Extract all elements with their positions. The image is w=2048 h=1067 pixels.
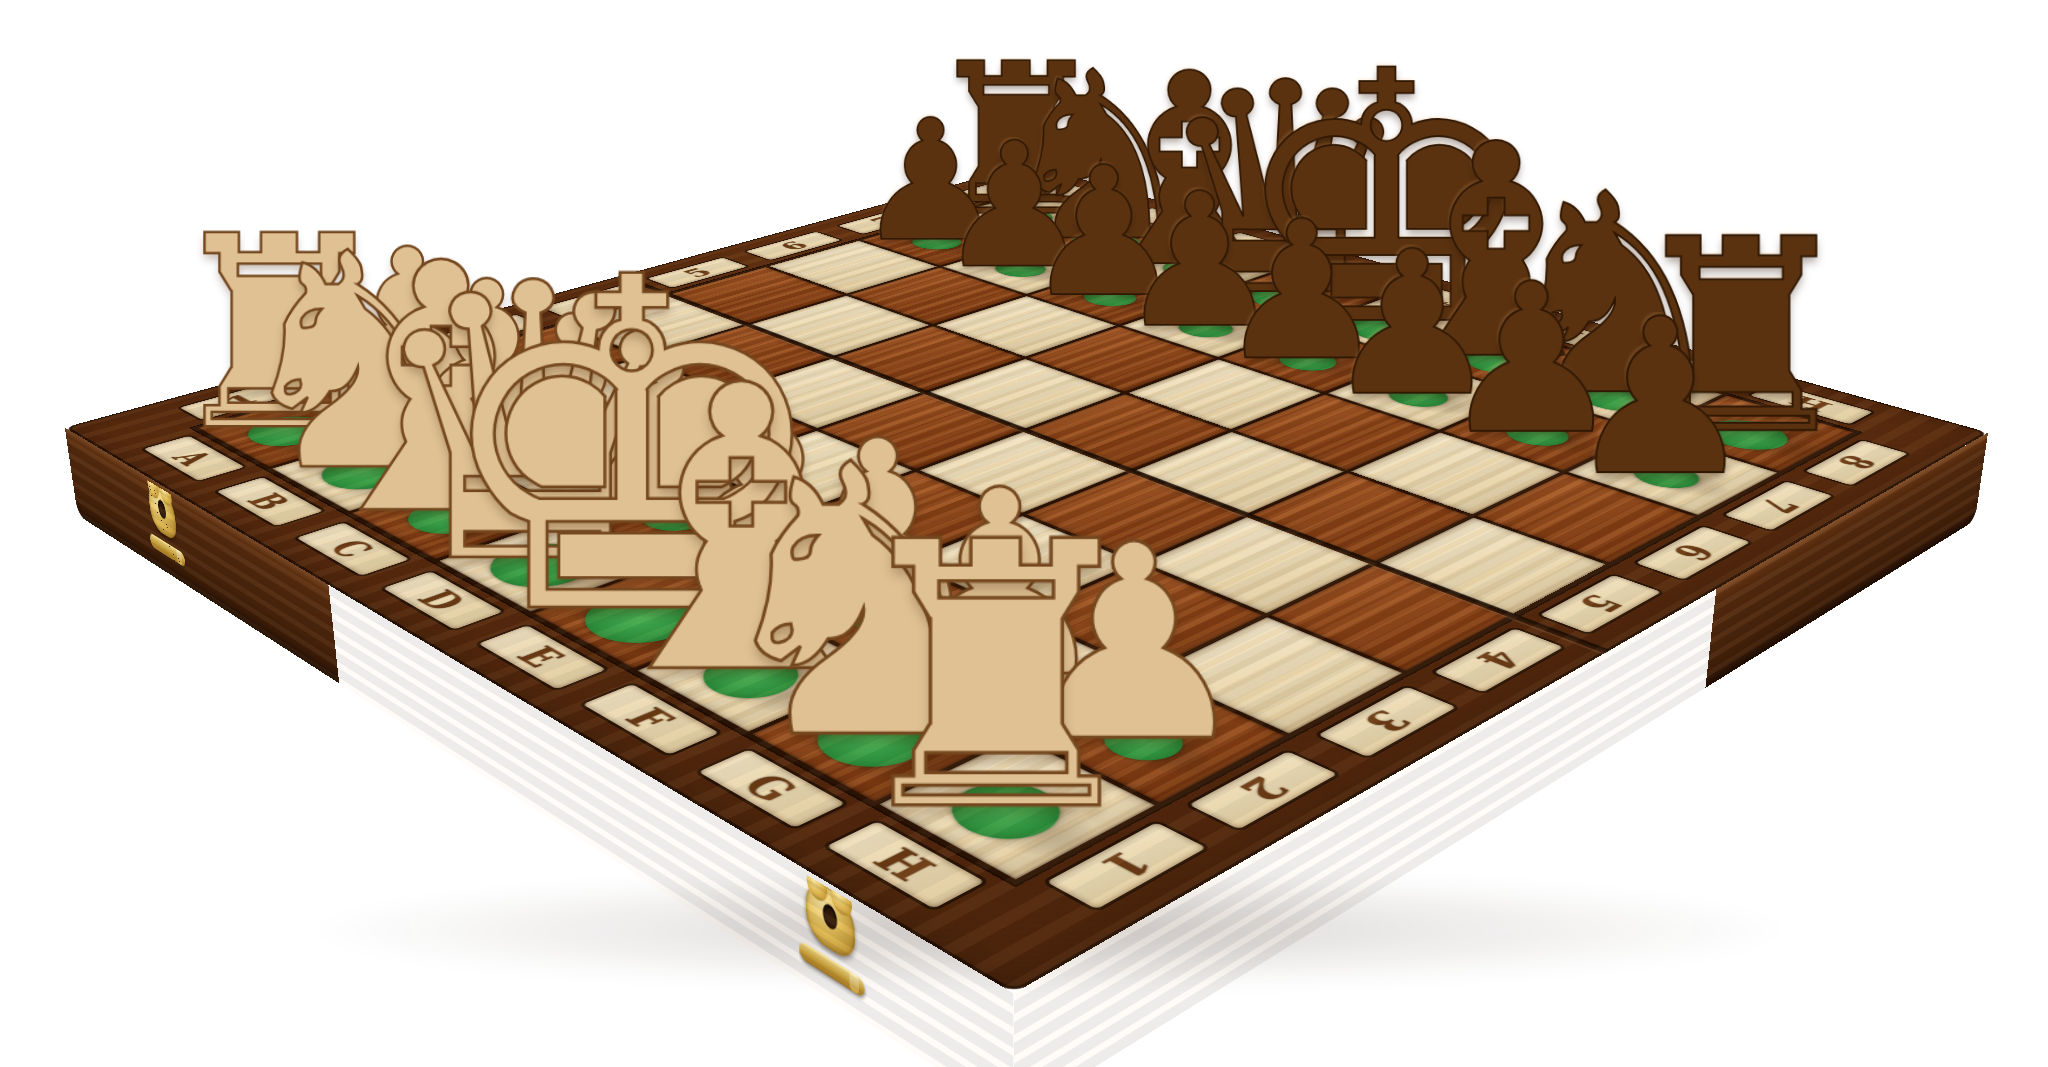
chess-board-box: ABCDEFGH ABCDEFGH 87654321 87654321 ♜♞♝♛… (65, 164, 1988, 993)
board-top-face: ABCDEFGH ABCDEFGH 87654321 87654321 ♜♞♝♛… (65, 164, 1988, 993)
clasp-barrel-icon (799, 940, 865, 999)
chess-board: ♜♞♝♛♚♝♞♜♟♟♟♟♟♟♟♟♟♟♟♟♟♟♟♟♜♞♝♛♚♝♞♜ (191, 191, 1860, 885)
piece-white-rook-h1: ♜ (692, 531, 1301, 824)
piece-black-pawn-h7: ♟ (1430, 312, 1891, 484)
clasp-barrel-icon (149, 532, 186, 568)
square-h7: ♟ (1568, 433, 1777, 515)
scene: ABCDEFGH ABCDEFGH 87654321 87654321 ♜♞♝♛… (0, 0, 2048, 1067)
product-photo-stage: ABCDEFGH ABCDEFGH 87654321 87654321 ♜♞♝♛… (0, 0, 2048, 1067)
